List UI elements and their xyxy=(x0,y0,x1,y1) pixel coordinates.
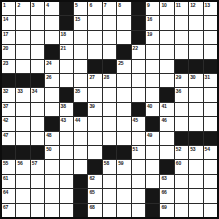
block-cell-r15c11 xyxy=(146,204,159,217)
cell-r3c7[interactable] xyxy=(88,31,101,44)
clue-number-60: 60 xyxy=(176,160,181,166)
cell-r6c14[interactable]: 30 xyxy=(189,74,202,87)
cell-r6c12[interactable] xyxy=(160,74,173,87)
block-cell-r4c9 xyxy=(117,45,130,58)
block-cell-r7c12 xyxy=(160,88,173,101)
cell-r14c9[interactable] xyxy=(117,189,130,202)
cell-r14c2[interactable] xyxy=(16,189,29,202)
cell-r15c8[interactable] xyxy=(103,204,116,217)
clue-number-62: 62 xyxy=(89,175,94,181)
cell-r4c5[interactable]: 21 xyxy=(60,45,73,58)
clue-number-55: 55 xyxy=(3,160,8,166)
cell-r7c9[interactable] xyxy=(117,88,130,101)
cell-r3c2[interactable] xyxy=(16,31,29,44)
block-cell-r12c12 xyxy=(160,160,173,173)
cell-r10c10[interactable] xyxy=(132,132,145,145)
cell-r11c7[interactable] xyxy=(88,146,101,159)
cell-r4c10[interactable]: 22 xyxy=(132,45,145,58)
cell-r1c4[interactable]: 4 xyxy=(45,2,58,15)
cell-r8c9[interactable] xyxy=(117,103,130,116)
cell-r9c5[interactable]: 43 xyxy=(60,117,73,130)
block-cell-r14c11 xyxy=(146,189,159,202)
cell-r5c4[interactable]: 24 xyxy=(45,60,58,73)
clue-number-26: 26 xyxy=(46,74,51,80)
clue-number-9: 9 xyxy=(147,2,150,8)
cell-r3c1[interactable]: 17 xyxy=(2,31,15,44)
cell-r9c7[interactable] xyxy=(88,117,101,130)
cell-r2c7[interactable] xyxy=(88,16,101,29)
clue-number-58: 58 xyxy=(104,160,109,166)
cell-r13c14[interactable] xyxy=(189,175,202,188)
clue-number-6: 6 xyxy=(89,2,92,8)
block-cell-r5c8 xyxy=(103,60,116,73)
clue-number-11: 11 xyxy=(176,2,181,8)
cell-r4c3[interactable] xyxy=(31,45,44,58)
cell-r6c9[interactable] xyxy=(117,74,130,87)
cell-r13c3[interactable] xyxy=(31,175,44,188)
block-cell-r6c3 xyxy=(31,74,44,87)
cell-r3c5[interactable]: 18 xyxy=(60,31,73,44)
cell-r15c15[interactable] xyxy=(204,204,217,217)
cell-r3c13[interactable] xyxy=(175,31,188,44)
cell-r10c12[interactable] xyxy=(160,132,173,145)
cell-r1c3[interactable]: 3 xyxy=(31,2,44,15)
clue-number-14: 14 xyxy=(3,16,8,22)
cell-r11c12[interactable] xyxy=(160,146,173,159)
cell-r13c4[interactable] xyxy=(45,175,58,188)
block-cell-r8c10 xyxy=(132,103,145,116)
clue-number-15: 15 xyxy=(75,16,80,22)
cell-r3c3[interactable] xyxy=(31,31,44,44)
block-cell-r8c6 xyxy=(74,103,87,116)
block-cell-r11c2 xyxy=(16,146,29,159)
clue-number-41: 41 xyxy=(161,103,166,109)
cell-r12c6[interactable] xyxy=(74,160,87,173)
clue-number-38: 38 xyxy=(61,103,66,109)
block-cell-r10c14 xyxy=(189,132,202,145)
cell-r14c4[interactable] xyxy=(45,189,58,202)
cell-r8c11[interactable]: 40 xyxy=(146,103,159,116)
cell-r13c13[interactable] xyxy=(175,175,188,188)
clue-number-40: 40 xyxy=(147,103,152,109)
cell-r15c3[interactable] xyxy=(31,204,44,217)
cell-r10c6[interactable] xyxy=(74,132,87,145)
cell-r5c6[interactable] xyxy=(74,60,87,73)
cell-r9c12[interactable]: 46 xyxy=(160,117,173,130)
clue-number-32: 32 xyxy=(3,88,8,94)
cell-r8c1[interactable]: 37 xyxy=(2,103,15,116)
block-cell-r7c5 xyxy=(60,88,73,101)
block-cell-r2c5 xyxy=(60,16,73,29)
clue-number-7: 7 xyxy=(104,2,107,8)
cell-r3c14[interactable] xyxy=(189,31,202,44)
cell-r2c9[interactable] xyxy=(117,16,130,29)
cell-r5c1[interactable]: 23 xyxy=(2,60,15,73)
cell-r2c3[interactable] xyxy=(31,16,44,29)
cell-r1c9[interactable]: 8 xyxy=(117,2,130,15)
cell-r15c7[interactable]: 68 xyxy=(88,204,101,217)
block-cell-r11c1 xyxy=(2,146,15,159)
cell-r14c14[interactable] xyxy=(189,189,202,202)
clue-number-69: 69 xyxy=(161,204,166,210)
cell-r1c1[interactable]: 1 xyxy=(2,2,15,15)
clue-number-68: 68 xyxy=(89,204,94,210)
cell-r3c6[interactable] xyxy=(74,31,87,44)
cell-r9c6[interactable]: 44 xyxy=(74,117,87,130)
block-cell-r5c14 xyxy=(189,60,202,73)
cell-r12c15[interactable] xyxy=(204,160,217,173)
cell-r11c11[interactable] xyxy=(146,146,159,159)
cell-r11c6[interactable] xyxy=(74,146,87,159)
cell-r8c12[interactable]: 41 xyxy=(160,103,173,116)
cell-r14c8[interactable] xyxy=(103,189,116,202)
cell-r13c12[interactable]: 63 xyxy=(160,175,173,188)
cell-r14c13[interactable] xyxy=(175,189,188,202)
cell-r15c10[interactable] xyxy=(132,204,145,217)
block-cell-r11c8 xyxy=(103,146,116,159)
clue-number-53: 53 xyxy=(190,146,195,152)
clue-number-56: 56 xyxy=(17,160,22,166)
cell-r9c9[interactable] xyxy=(117,117,130,130)
cell-r11c5[interactable] xyxy=(60,146,73,159)
cell-r7c11[interactable] xyxy=(146,88,159,101)
cell-r5c11[interactable] xyxy=(146,60,159,73)
clue-number-8: 8 xyxy=(118,2,121,8)
cell-r14c7[interactable]: 65 xyxy=(88,189,101,202)
cell-r4c8[interactable] xyxy=(103,45,116,58)
block-cell-r5c13 xyxy=(175,60,188,73)
cell-r3c4[interactable] xyxy=(45,31,58,44)
cell-r7c2[interactable]: 33 xyxy=(16,88,29,101)
cell-r2c15[interactable] xyxy=(204,16,217,29)
cell-r8c3[interactable] xyxy=(31,103,44,116)
clue-number-45: 45 xyxy=(133,117,138,123)
cell-r14c1[interactable]: 64 xyxy=(2,189,15,202)
cell-r11c15[interactable]: 54 xyxy=(204,146,217,159)
cell-r7c15[interactable] xyxy=(204,88,217,101)
cell-r1c14[interactable]: 12 xyxy=(189,2,202,15)
cell-r2c8[interactable] xyxy=(103,16,116,29)
cell-r13c15[interactable] xyxy=(204,175,217,188)
block-cell-r9c4 xyxy=(45,117,58,130)
cell-r12c13[interactable]: 60 xyxy=(175,160,188,173)
cell-r3c11[interactable]: 19 xyxy=(146,31,159,44)
cell-r6c5[interactable] xyxy=(60,74,73,87)
clue-number-28: 28 xyxy=(104,74,109,80)
cell-r5c3[interactable] xyxy=(31,60,44,73)
cell-r5c9[interactable]: 25 xyxy=(117,60,130,73)
cell-r1c12[interactable]: 10 xyxy=(160,2,173,15)
block-cell-r13c6 xyxy=(74,175,87,188)
block-cell-r15c6 xyxy=(74,204,87,217)
clue-number-61: 61 xyxy=(3,175,8,181)
cell-r7c13[interactable]: 36 xyxy=(175,88,188,101)
cell-r2c6[interactable]: 15 xyxy=(74,16,87,29)
clue-number-43: 43 xyxy=(61,117,66,123)
clue-number-67: 67 xyxy=(3,204,8,210)
clue-number-47: 47 xyxy=(3,132,8,138)
cell-r7c14[interactable] xyxy=(189,88,202,101)
cell-r14c10[interactable] xyxy=(132,189,145,202)
crossword-board: 1234567891011121314151617181920212223242… xyxy=(0,0,219,219)
cell-r9c3[interactable] xyxy=(31,117,44,130)
cell-r1c6[interactable]: 5 xyxy=(74,2,87,15)
block-cell-r11c3 xyxy=(31,146,44,159)
clue-number-65: 65 xyxy=(89,189,94,195)
block-cell-r5c15 xyxy=(204,60,217,73)
cell-r1c8[interactable]: 7 xyxy=(103,2,116,15)
cell-r2c1[interactable]: 14 xyxy=(2,16,15,29)
cell-r15c2[interactable] xyxy=(16,204,29,217)
block-cell-r6c1 xyxy=(2,74,15,87)
block-cell-r1c10 xyxy=(132,2,145,15)
cell-r4c2[interactable] xyxy=(16,45,29,58)
cell-r7c3[interactable]: 34 xyxy=(31,88,44,101)
block-cell-r10c15 xyxy=(204,132,217,145)
cell-r10c4[interactable]: 48 xyxy=(45,132,58,145)
cell-r2c14[interactable] xyxy=(189,16,202,29)
cell-r13c1[interactable]: 61 xyxy=(2,175,15,188)
clue-number-64: 64 xyxy=(3,189,8,195)
cell-r15c9[interactable] xyxy=(117,204,130,217)
cell-r3c8[interactable] xyxy=(103,31,116,44)
cell-r8c4[interactable] xyxy=(45,103,58,116)
cell-r10c1[interactable]: 47 xyxy=(2,132,15,145)
cell-r12c5[interactable] xyxy=(60,160,73,173)
cell-r13c7[interactable]: 62 xyxy=(88,175,101,188)
cell-r4c13[interactable] xyxy=(175,45,188,58)
clue-number-1: 1 xyxy=(3,2,6,8)
clue-number-23: 23 xyxy=(3,60,8,66)
clue-number-30: 30 xyxy=(190,74,195,80)
cell-r10c9[interactable] xyxy=(117,132,130,145)
cell-r4c12[interactable] xyxy=(160,45,173,58)
cell-r5c2[interactable] xyxy=(16,60,29,73)
cell-r9c14[interactable] xyxy=(189,117,202,130)
cell-r1c2[interactable]: 2 xyxy=(16,2,29,15)
cell-r15c12[interactable]: 69 xyxy=(160,204,173,217)
cell-r8c5[interactable]: 38 xyxy=(60,103,73,116)
block-cell-r10c13 xyxy=(175,132,188,145)
cell-r3c9[interactable] xyxy=(117,31,130,44)
cell-r1c7[interactable]: 6 xyxy=(88,2,101,15)
cell-r11c10[interactable]: 51 xyxy=(132,146,145,159)
cell-r5c10[interactable] xyxy=(132,60,145,73)
clue-number-46: 46 xyxy=(161,117,166,123)
clue-number-39: 39 xyxy=(89,103,94,109)
cell-r8c15[interactable] xyxy=(204,103,217,116)
clue-number-50: 50 xyxy=(46,146,51,152)
cell-r10c8[interactable] xyxy=(103,132,116,145)
cell-r1c11[interactable]: 9 xyxy=(146,2,159,15)
clue-number-10: 10 xyxy=(161,2,166,8)
cell-r2c12[interactable] xyxy=(160,16,173,29)
clue-number-63: 63 xyxy=(161,175,166,181)
block-cell-r3c10 xyxy=(132,31,145,44)
cell-r9c10[interactable]: 45 xyxy=(132,117,145,130)
clue-number-5: 5 xyxy=(75,2,78,8)
cell-r12c3[interactable]: 57 xyxy=(31,160,44,173)
clue-number-20: 20 xyxy=(3,45,8,51)
cell-r4c15[interactable] xyxy=(204,45,217,58)
cell-r7c7[interactable] xyxy=(88,88,101,101)
cell-r6c7[interactable]: 27 xyxy=(88,74,101,87)
cell-r10c3[interactable] xyxy=(31,132,44,145)
cell-r1c15[interactable]: 13 xyxy=(204,2,217,15)
cell-r6c13[interactable]: 29 xyxy=(175,74,188,87)
cell-r8c7[interactable]: 39 xyxy=(88,103,101,116)
cell-r12c14[interactable] xyxy=(189,160,202,173)
cell-r13c9[interactable] xyxy=(117,175,130,188)
cell-r12c8[interactable]: 58 xyxy=(103,160,116,173)
clue-number-44: 44 xyxy=(75,117,80,123)
cell-r4c11[interactable] xyxy=(146,45,159,58)
clue-number-18: 18 xyxy=(61,31,66,37)
cell-r12c11[interactable] xyxy=(146,160,159,173)
cell-r13c5[interactable] xyxy=(60,175,73,188)
clue-number-42: 42 xyxy=(3,117,8,123)
cell-r12c9[interactable]: 59 xyxy=(117,160,130,173)
cell-r12c4[interactable] xyxy=(45,160,58,173)
block-cell-r2c10 xyxy=(132,16,145,29)
clue-number-57: 57 xyxy=(32,160,37,166)
cell-r4c14[interactable] xyxy=(189,45,202,58)
cell-r6c6[interactable] xyxy=(74,74,87,87)
cell-r11c13[interactable]: 52 xyxy=(175,146,188,159)
clue-number-34: 34 xyxy=(32,88,37,94)
clue-number-16: 16 xyxy=(147,16,152,22)
cell-r13c11[interactable] xyxy=(146,175,159,188)
cell-r13c8[interactable] xyxy=(103,175,116,188)
cell-r2c13[interactable] xyxy=(175,16,188,29)
clue-number-12: 12 xyxy=(190,2,195,8)
block-cell-r4c4 xyxy=(45,45,58,58)
cell-r8c14[interactable] xyxy=(189,103,202,116)
clue-number-19: 19 xyxy=(147,31,152,37)
clue-number-4: 4 xyxy=(46,2,49,8)
cell-r9c1[interactable]: 42 xyxy=(2,117,15,130)
cell-r8c8[interactable] xyxy=(103,103,116,116)
cell-r3c12[interactable] xyxy=(160,31,173,44)
clue-number-51: 51 xyxy=(133,146,138,152)
cell-r14c3[interactable] xyxy=(31,189,44,202)
block-cell-r9c11 xyxy=(146,117,159,130)
cell-r4c7[interactable] xyxy=(88,45,101,58)
cell-r9c8[interactable] xyxy=(103,117,116,130)
clue-number-22: 22 xyxy=(133,45,138,51)
cell-r8c2[interactable] xyxy=(16,103,29,116)
clue-number-54: 54 xyxy=(205,146,210,152)
cell-r10c5[interactable] xyxy=(60,132,73,145)
cell-r6c10[interactable] xyxy=(132,74,145,87)
clue-number-31: 31 xyxy=(205,74,210,80)
cell-r4c6[interactable] xyxy=(74,45,87,58)
cell-r2c11[interactable]: 16 xyxy=(146,16,159,29)
cell-r14c12[interactable]: 66 xyxy=(160,189,173,202)
block-cell-r6c2 xyxy=(16,74,29,87)
block-cell-r12c7 xyxy=(88,160,101,173)
clue-number-2: 2 xyxy=(17,2,20,8)
cell-r14c15[interactable] xyxy=(204,189,217,202)
clue-number-13: 13 xyxy=(205,2,210,8)
clue-number-48: 48 xyxy=(46,132,51,138)
clue-number-21: 21 xyxy=(61,45,66,51)
cell-r10c2[interactable] xyxy=(16,132,29,145)
clue-number-37: 37 xyxy=(3,103,8,109)
cell-r15c13[interactable] xyxy=(175,204,188,217)
clue-number-25: 25 xyxy=(118,60,123,66)
cell-r14c5[interactable] xyxy=(60,189,73,202)
clue-number-52: 52 xyxy=(176,146,181,152)
clue-number-66: 66 xyxy=(161,189,166,195)
cell-r7c1[interactable]: 32 xyxy=(2,88,15,101)
cell-r7c6[interactable]: 35 xyxy=(74,88,87,101)
cell-r2c2[interactable] xyxy=(16,16,29,29)
clue-number-24: 24 xyxy=(46,60,51,66)
block-cell-r11c9 xyxy=(117,146,130,159)
cell-r7c8[interactable] xyxy=(103,88,116,101)
cell-r12c1[interactable]: 55 xyxy=(2,160,15,173)
cell-r2c4[interactable] xyxy=(45,16,58,29)
cell-r7c4[interactable] xyxy=(45,88,58,101)
cell-r11c4[interactable]: 50 xyxy=(45,146,58,159)
clue-number-17: 17 xyxy=(3,31,8,37)
clue-number-27: 27 xyxy=(89,74,94,80)
cell-r13c10[interactable] xyxy=(132,175,145,188)
cell-r10c7[interactable] xyxy=(88,132,101,145)
clue-number-29: 29 xyxy=(176,74,181,80)
cell-r3c15[interactable] xyxy=(204,31,217,44)
cell-r9c2[interactable] xyxy=(16,117,29,130)
cell-r10c11[interactable]: 49 xyxy=(146,132,159,145)
cell-r9c15[interactable] xyxy=(204,117,217,130)
cell-r6c15[interactable]: 31 xyxy=(204,74,217,87)
clue-number-36: 36 xyxy=(176,88,181,94)
cell-r11c14[interactable]: 53 xyxy=(189,146,202,159)
block-cell-r5c7 xyxy=(88,60,101,73)
block-cell-r14c6 xyxy=(74,189,87,202)
cell-r9c13[interactable] xyxy=(175,117,188,130)
cell-r6c8[interactable]: 28 xyxy=(103,74,116,87)
cell-r15c14[interactable] xyxy=(189,204,202,217)
clue-number-35: 35 xyxy=(75,88,80,94)
cell-r15c1[interactable]: 67 xyxy=(2,204,15,217)
cell-r7c10[interactable] xyxy=(132,88,145,101)
cell-r6c11[interactable] xyxy=(146,74,159,87)
cell-r13c2[interactable] xyxy=(16,175,29,188)
cell-r5c5[interactable] xyxy=(60,60,73,73)
clue-number-49: 49 xyxy=(147,132,152,138)
cell-r5c12[interactable] xyxy=(160,60,173,73)
cell-r12c10[interactable] xyxy=(132,160,145,173)
cell-r4c1[interactable]: 20 xyxy=(2,45,15,58)
cell-r8c13[interactable] xyxy=(175,103,188,116)
cell-r12c2[interactable]: 56 xyxy=(16,160,29,173)
cell-r1c13[interactable]: 11 xyxy=(175,2,188,15)
clue-number-59: 59 xyxy=(118,160,123,166)
clue-number-33: 33 xyxy=(17,88,22,94)
cell-r15c5[interactable] xyxy=(60,204,73,217)
block-cell-r1c5 xyxy=(60,2,73,15)
cell-r6c4[interactable]: 26 xyxy=(45,74,58,87)
cell-r15c4[interactable] xyxy=(45,204,58,217)
clue-number-3: 3 xyxy=(32,2,35,8)
